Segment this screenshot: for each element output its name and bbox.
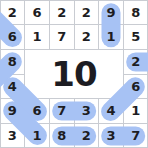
cell-r1c6[interactable]: 8 (123, 0, 148, 25)
cell-r1c3[interactable]: 2 (49, 0, 74, 25)
cell-r5c6[interactable]: 1 (123, 99, 148, 124)
cell-r6c1[interactable]: 3 (0, 123, 25, 148)
cell-r6c5[interactable]: 3 (99, 123, 124, 148)
cell-r1c1[interactable]: 2 (0, 0, 25, 25)
cell-r2c5[interactable]: 1 (99, 25, 124, 50)
cell-r3c1[interactable]: 8 (0, 49, 25, 74)
cell-r6c3[interactable]: 8 (49, 123, 74, 148)
cell-r1c4[interactable]: 2 (74, 0, 99, 25)
cell-r5c3[interactable]: 7 (49, 99, 74, 124)
cell-r2c3[interactable]: 7 (49, 25, 74, 50)
cell-r6c2[interactable]: 1 (25, 123, 50, 148)
target-label: 10 (51, 57, 96, 91)
target-box: 10 (25, 50, 123, 98)
cell-r2c4[interactable]: 2 (74, 25, 99, 50)
cell-r3c6[interactable]: 2 (123, 49, 148, 74)
cell-r6c6[interactable]: 7 (123, 123, 148, 148)
cell-r4c6[interactable]: 6 (123, 74, 148, 99)
cell-r6c4[interactable]: 2 (74, 123, 99, 148)
cell-r5c2[interactable]: 6 (25, 99, 50, 124)
cell-r5c4[interactable]: 3 (74, 99, 99, 124)
cell-r5c5[interactable]: 4 (99, 99, 124, 124)
board: 10 2622986172158246967341318237 (0, 0, 148, 148)
cell-r1c2[interactable]: 6 (25, 0, 50, 25)
cell-r2c2[interactable]: 1 (25, 25, 50, 50)
cell-r2c1[interactable]: 6 (0, 25, 25, 50)
cell-r4c1[interactable]: 4 (0, 74, 25, 99)
cell-r5c1[interactable]: 9 (0, 99, 25, 124)
cell-r1c5[interactable]: 9 (99, 0, 124, 25)
cell-r2c6[interactable]: 5 (123, 25, 148, 50)
